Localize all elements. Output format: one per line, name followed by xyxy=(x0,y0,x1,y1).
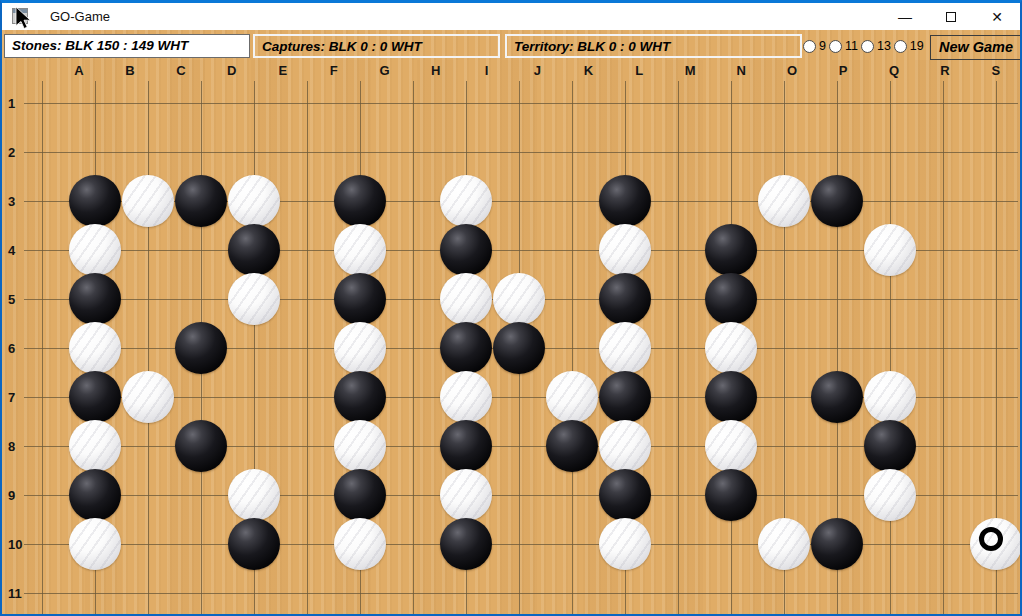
white-stone-I5 xyxy=(493,273,545,325)
column-label-F: F xyxy=(330,63,338,78)
territory-count-box: Territory: BLK 0 : 0 WHT xyxy=(505,34,802,58)
black-stone-K5 xyxy=(599,273,651,325)
column-label-B: B xyxy=(125,63,134,78)
white-stone-K8 xyxy=(599,420,651,472)
row-label-6: 6 xyxy=(8,341,15,356)
board-size-radio-13[interactable]: 13 xyxy=(861,39,891,53)
maximize-icon xyxy=(946,12,956,22)
white-stone-N3 xyxy=(758,175,810,227)
black-stone-K3 xyxy=(599,175,651,227)
white-stone-N10 xyxy=(758,518,810,570)
close-button[interactable]: ✕ xyxy=(974,3,1020,30)
new-game-button[interactable]: New Game xyxy=(930,35,1022,60)
radio-label: 9 xyxy=(819,39,826,53)
column-label-R: R xyxy=(940,63,949,78)
maximize-button[interactable] xyxy=(928,3,974,30)
column-label-C: C xyxy=(176,63,185,78)
black-stone-H8 xyxy=(440,420,492,472)
white-stone-K6 xyxy=(599,322,651,374)
white-stone-M8 xyxy=(705,420,757,472)
row-label-9: 9 xyxy=(8,488,15,503)
radio-label: 11 xyxy=(845,39,858,53)
row-label-1: 1 xyxy=(8,96,15,111)
row-label-2: 2 xyxy=(8,145,15,160)
black-stone-D4 xyxy=(228,224,280,276)
black-stone-D10 xyxy=(228,518,280,570)
black-stone-F5 xyxy=(334,273,386,325)
black-stone-F9 xyxy=(334,469,386,521)
captures-count-box: Captures: BLK 0 : 0 WHT xyxy=(253,34,500,58)
grid-horizontal-line xyxy=(24,544,1018,545)
row-label-4: 4 xyxy=(8,243,15,258)
go-board[interactable]: ABCDEFGHIJKLMNOPQRS1234567891011 xyxy=(2,60,1020,614)
radio-circle[interactable] xyxy=(894,40,907,53)
black-stone-P8 xyxy=(864,420,916,472)
white-stone-F6 xyxy=(334,322,386,374)
black-stone-H6 xyxy=(440,322,492,374)
column-label-D: D xyxy=(227,63,236,78)
minimize-button[interactable]: — xyxy=(882,3,928,30)
status-bar: Stones: BLK 150 : 149 WHT Captures: BLK … xyxy=(2,30,1020,60)
column-label-M: M xyxy=(685,63,696,78)
white-stone-D5 xyxy=(228,273,280,325)
white-stone-P9 xyxy=(864,469,916,521)
column-label-J: J xyxy=(534,63,541,78)
black-stone-K9 xyxy=(599,469,651,521)
white-stone-P7 xyxy=(864,371,916,423)
radio-label: 13 xyxy=(877,39,891,53)
black-stone-O7 xyxy=(811,371,863,423)
black-stone-M4 xyxy=(705,224,757,276)
white-stone-F10 xyxy=(334,518,386,570)
row-label-8: 8 xyxy=(8,439,15,454)
column-label-N: N xyxy=(737,63,746,78)
column-label-I: I xyxy=(485,63,489,78)
board-size-radio-group: 9111319 xyxy=(803,34,927,58)
column-label-Q: Q xyxy=(889,63,899,78)
white-stone-A6 xyxy=(69,322,121,374)
grid-horizontal-line xyxy=(24,152,1018,153)
white-stone-A4 xyxy=(69,224,121,276)
black-stone-F3 xyxy=(334,175,386,227)
row-label-5: 5 xyxy=(8,292,15,307)
white-stone-K4 xyxy=(599,224,651,276)
white-stone-R10 xyxy=(970,518,1020,570)
column-label-L: L xyxy=(635,63,643,78)
white-stone-B7 xyxy=(122,371,174,423)
window-controls: — ✕ xyxy=(882,3,1020,30)
white-stone-M6 xyxy=(705,322,757,374)
column-label-S: S xyxy=(992,63,1001,78)
black-stone-A5 xyxy=(69,273,121,325)
black-stone-M7 xyxy=(705,371,757,423)
white-stone-H5 xyxy=(440,273,492,325)
column-label-K: K xyxy=(584,63,593,78)
white-stone-J7 xyxy=(546,371,598,423)
black-stone-A3 xyxy=(69,175,121,227)
white-stone-H3 xyxy=(440,175,492,227)
radio-circle[interactable] xyxy=(861,40,874,53)
white-stone-D9 xyxy=(228,469,280,521)
white-stone-H9 xyxy=(440,469,492,521)
row-label-10: 10 xyxy=(8,537,22,552)
black-stone-C3 xyxy=(175,175,227,227)
title-bar: GO-Game — ✕ xyxy=(2,3,1020,30)
black-stone-C8 xyxy=(175,420,227,472)
row-label-7: 7 xyxy=(8,390,15,405)
black-stone-H10 xyxy=(440,518,492,570)
black-stone-H4 xyxy=(440,224,492,276)
white-stone-D3 xyxy=(228,175,280,227)
radio-circle[interactable] xyxy=(803,40,816,53)
black-stone-O3 xyxy=(811,175,863,227)
column-label-E: E xyxy=(278,63,287,78)
grid-horizontal-line xyxy=(24,593,1018,594)
row-label-3: 3 xyxy=(8,194,15,209)
grid-horizontal-line xyxy=(24,103,1018,104)
black-stone-F7 xyxy=(334,371,386,423)
white-stone-H7 xyxy=(440,371,492,423)
column-label-A: A xyxy=(74,63,83,78)
column-label-P: P xyxy=(839,63,848,78)
black-stone-I6 xyxy=(493,322,545,374)
radio-label: 19 xyxy=(910,39,924,53)
white-stone-K10 xyxy=(599,518,651,570)
black-stone-C6 xyxy=(175,322,227,374)
row-label-11: 11 xyxy=(8,586,22,601)
board-size-radio-11[interactable]: 11 xyxy=(829,39,858,53)
white-stone-A8 xyxy=(69,420,121,472)
black-stone-K7 xyxy=(599,371,651,423)
board-size-radio-19[interactable]: 19 xyxy=(894,39,924,53)
last-move-marker-ring xyxy=(979,527,1003,551)
column-label-G: G xyxy=(380,63,390,78)
white-stone-F8 xyxy=(334,420,386,472)
column-label-H: H xyxy=(431,63,440,78)
column-label-O: O xyxy=(787,63,797,78)
black-stone-J8 xyxy=(546,420,598,472)
window-title: GO-Game xyxy=(50,9,110,24)
black-stone-A7 xyxy=(69,371,121,423)
black-stone-M5 xyxy=(705,273,757,325)
white-stone-B3 xyxy=(122,175,174,227)
white-stone-F4 xyxy=(334,224,386,276)
white-stone-A10 xyxy=(69,518,121,570)
stones-count-box: Stones: BLK 150 : 149 WHT xyxy=(4,34,250,58)
radio-circle[interactable] xyxy=(829,40,842,53)
black-stone-M9 xyxy=(705,469,757,521)
black-stone-O10 xyxy=(811,518,863,570)
board-size-radio-9[interactable]: 9 xyxy=(803,39,826,53)
black-stone-A9 xyxy=(69,469,121,521)
app-window: GO-Game — ✕ Stones: BLK 150 : 149 WHT Ca… xyxy=(0,0,1022,616)
white-stone-P4 xyxy=(864,224,916,276)
